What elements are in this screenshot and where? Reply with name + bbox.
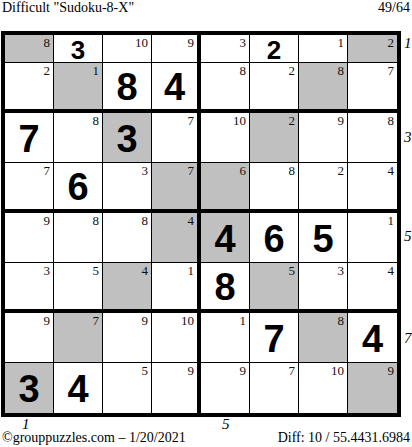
cell-r3c2[interactable]: 8 (54, 113, 103, 163)
step-number: 4 (388, 263, 395, 278)
cell-r5c2[interactable]: 8 (54, 213, 103, 263)
cell-r7c1[interactable]: 9 (5, 313, 54, 363)
cell-r4c1[interactable]: 7 (5, 163, 54, 213)
step-number: 10 (135, 35, 148, 50)
cell-r1c5[interactable]: 3 (201, 35, 250, 63)
step-number: 4 (188, 213, 195, 228)
cell-r7c4[interactable]: 10 (152, 313, 201, 363)
cell-r1c4[interactable]: 9 (152, 35, 201, 63)
cell-r1c8[interactable]: 2 (348, 35, 397, 63)
given-digit: 3 (116, 120, 137, 158)
cell-r6c5[interactable]: 8 (201, 263, 250, 313)
cell-r6c7[interactable]: 3 (299, 263, 348, 313)
cell-r3c7[interactable]: 9 (299, 113, 348, 163)
page-title: Difficult "Sudoku-8-X" (2, 0, 134, 16)
step-number: 9 (44, 213, 51, 228)
step-number: 10 (233, 113, 246, 128)
step-number: 8 (338, 313, 345, 328)
step-number: 9 (44, 313, 51, 328)
cell-r7c5[interactable]: 1 (201, 313, 250, 363)
step-number: 9 (142, 313, 149, 328)
step-number: 8 (289, 163, 296, 178)
copyright-text: ©grouppuzzles.com – 1/20/2021 (2, 430, 186, 446)
cell-r8c3[interactable]: 5 (103, 363, 152, 413)
row-label-7: 7 (404, 331, 412, 346)
step-number: 1 (338, 35, 345, 50)
cell-r1c1[interactable]: 8 (5, 35, 54, 63)
step-number: 10 (181, 313, 194, 328)
cell-r7c6[interactable]: 7 (250, 313, 299, 363)
header: Difficult "Sudoku-8-X" 49/64 (2, 0, 410, 16)
step-number: 2 (388, 35, 395, 50)
cell-r4c6[interactable]: 8 (250, 163, 299, 213)
cell-r5c6[interactable]: 6 (250, 213, 299, 263)
step-number: 5 (142, 363, 149, 378)
cell-r3c3[interactable]: 3 (103, 113, 152, 163)
step-number: 7 (289, 363, 296, 378)
cell-r4c2[interactable]: 6 (54, 163, 103, 213)
cell-r6c1[interactable]: 3 (5, 263, 54, 313)
difficulty-text: Diff: 10 / 55.4431.6984 (278, 430, 410, 446)
step-number: 7 (44, 163, 51, 178)
row-label-5: 5 (404, 229, 412, 244)
cell-r5c3[interactable]: 8 (103, 213, 152, 263)
given-digit: 4 (362, 320, 383, 358)
step-number: 8 (338, 63, 345, 78)
given-digit: 4 (67, 370, 88, 408)
cell-r5c5[interactable]: 4 (201, 213, 250, 263)
given-digit: 8 (214, 268, 235, 306)
given-digit: 6 (263, 220, 284, 258)
step-number: 1 (388, 213, 395, 228)
cell-r2c2[interactable]: 1 (54, 63, 103, 113)
cell-r8c5[interactable]: 9 (201, 363, 250, 413)
step-number: 7 (188, 163, 195, 178)
step-number: 7 (93, 313, 100, 328)
cell-r4c8[interactable]: 4 (348, 163, 397, 213)
step-number: 8 (93, 213, 100, 228)
given-digit: 5 (312, 220, 333, 258)
cell-r5c1[interactable]: 9 (5, 213, 54, 263)
cell-r3c8[interactable]: 8 (348, 113, 397, 163)
given-digit: 6 (67, 168, 88, 206)
given-digit: 4 (164, 68, 185, 106)
cell-r7c8[interactable]: 4 (348, 313, 397, 363)
cell-r4c5[interactable]: 6 (201, 163, 250, 213)
cell-r7c2[interactable]: 7 (54, 313, 103, 363)
given-digit: 2 (267, 37, 281, 63)
step-number: 8 (142, 213, 149, 228)
given-digit: 3 (18, 370, 39, 408)
cell-r7c3[interactable]: 9 (103, 313, 152, 363)
cell-r6c8[interactable]: 4 (348, 263, 397, 313)
step-number: 1 (240, 313, 247, 328)
cell-r5c8[interactable]: 1 (348, 213, 397, 263)
cell-r2c8[interactable]: 7 (348, 63, 397, 113)
step-number: 3 (142, 163, 149, 178)
step-number: 2 (44, 63, 51, 78)
cell-r6c3[interactable]: 4 (103, 263, 152, 313)
step-number: 2 (289, 113, 296, 128)
cell-r2c6[interactable]: 2 (250, 63, 299, 113)
step-number: 3 (240, 35, 247, 50)
cell-r5c7[interactable]: 5 (299, 213, 348, 263)
row-label-3: 3 (404, 130, 412, 145)
cell-r1c6[interactable]: 2 (250, 35, 299, 63)
given-digit: 7 (18, 120, 39, 158)
step-number: 2 (338, 163, 345, 178)
step-number: 7 (188, 113, 195, 128)
cell-r4c4[interactable]: 7 (152, 163, 201, 213)
step-number: 9 (188, 35, 195, 50)
footer: ©grouppuzzles.com – 1/20/2021 Diff: 10 /… (2, 430, 410, 446)
step-number: 3 (338, 263, 345, 278)
cell-r5c4[interactable]: 4 (152, 213, 201, 263)
cell-r2c3[interactable]: 8 (103, 63, 152, 113)
row-label-1: 1 (404, 36, 412, 51)
step-number: 9 (388, 363, 395, 378)
step-number: 3 (44, 263, 51, 278)
cell-r8c4[interactable]: 9 (152, 363, 201, 413)
cell-r8c8[interactable]: 9 (348, 363, 397, 413)
cell-r6c2[interactable]: 5 (54, 263, 103, 313)
step-number: 9 (188, 363, 195, 378)
cell-r2c7[interactable]: 8 (299, 63, 348, 113)
step-number: 9 (240, 363, 247, 378)
cell-r8c2[interactable]: 4 (54, 363, 103, 413)
given-digit: 4 (214, 220, 235, 258)
cell-r3c4[interactable]: 7 (152, 113, 201, 163)
step-number: 8 (240, 63, 247, 78)
step-number: 10 (331, 363, 344, 378)
step-number: 4 (388, 163, 395, 178)
cell-r2c4[interactable]: 4 (152, 63, 201, 113)
cell-r4c3[interactable]: 3 (103, 163, 152, 213)
step-number: 5 (93, 263, 100, 278)
cell-r8c7[interactable]: 10 (299, 363, 348, 413)
sudoku-board: 8310932122184828778371029876376824988446… (1, 31, 401, 417)
cell-r8c6[interactable]: 7 (250, 363, 299, 413)
step-number: 6 (240, 163, 247, 178)
step-number: 8 (44, 35, 51, 50)
cell-r3c5[interactable]: 10 (201, 113, 250, 163)
cell-r4c7[interactable]: 2 (299, 163, 348, 213)
puzzle-counter: 49/64 (378, 0, 410, 16)
cell-r1c2[interactable]: 3 (54, 35, 103, 63)
cell-r3c6[interactable]: 2 (250, 113, 299, 163)
step-number: 4 (142, 263, 149, 278)
step-number: 5 (289, 263, 296, 278)
cell-r1c3[interactable]: 10 (103, 35, 152, 63)
given-digit: 8 (116, 68, 137, 106)
step-number: 1 (188, 263, 195, 278)
cell-r7c7[interactable]: 8 (299, 313, 348, 363)
cell-r6c6[interactable]: 5 (250, 263, 299, 313)
cell-r8c1[interactable]: 3 (5, 363, 54, 413)
cell-r2c1[interactable]: 2 (5, 63, 54, 113)
step-number: 2 (289, 63, 296, 78)
cell-r2c5[interactable]: 8 (201, 63, 250, 113)
cell-r1c7[interactable]: 1 (299, 35, 348, 63)
cell-r3c1[interactable]: 7 (5, 113, 54, 163)
given-digit: 3 (71, 37, 85, 63)
step-number: 9 (338, 113, 345, 128)
step-number: 1 (93, 63, 100, 78)
puzzle-page: Difficult "Sudoku-8-X" 49/64 83109321221… (0, 0, 412, 447)
step-number: 8 (388, 113, 395, 128)
step-number: 7 (388, 63, 395, 78)
given-digit: 7 (263, 320, 284, 358)
cell-r6c4[interactable]: 1 (152, 263, 201, 313)
step-number: 8 (93, 113, 100, 128)
